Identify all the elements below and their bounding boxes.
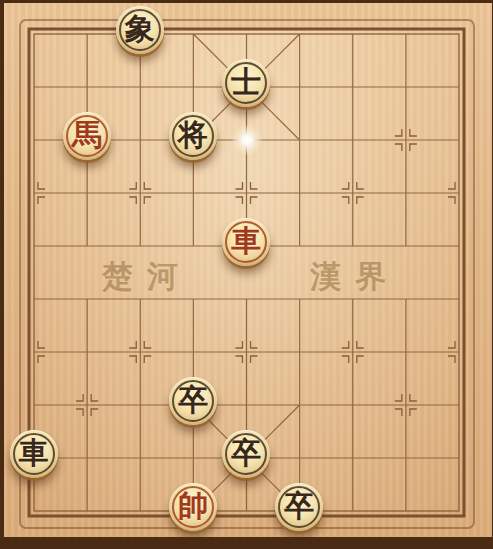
piece-black-general[interactable]: 将 [169, 112, 217, 160]
piece-black-chariot[interactable]: 車 [10, 430, 58, 478]
xiangqi-board: 楚河 漢界 象士馬将車卒車卒帥卒 [0, 0, 493, 549]
piece-grid: 象士馬将車卒車卒帥卒 [7, 8, 485, 538]
piece-black-soldier[interactable]: 卒 [169, 377, 217, 425]
black-elephant-glyph: 象 [125, 14, 155, 44]
black-soldier-glyph: 卒 [178, 385, 208, 415]
piece-red-horse[interactable]: 馬 [63, 112, 111, 160]
black-soldier-glyph: 卒 [284, 491, 314, 521]
black-soldier-glyph: 卒 [231, 438, 261, 468]
piece-black-elephant[interactable]: 象 [116, 6, 164, 54]
red-horse-glyph: 馬 [72, 120, 102, 150]
piece-black-soldier[interactable]: 卒 [275, 483, 323, 531]
piece-black-soldier[interactable]: 卒 [222, 430, 270, 478]
piece-red-general[interactable]: 帥 [169, 483, 217, 531]
piece-black-advisor[interactable]: 士 [222, 59, 270, 107]
piece-red-chariot[interactable]: 車 [222, 218, 270, 266]
black-general-glyph: 将 [178, 120, 208, 150]
red-chariot-glyph: 車 [231, 226, 261, 256]
red-general-glyph: 帥 [178, 491, 208, 521]
black-chariot-glyph: 車 [19, 438, 49, 468]
black-advisor-glyph: 士 [231, 67, 261, 97]
